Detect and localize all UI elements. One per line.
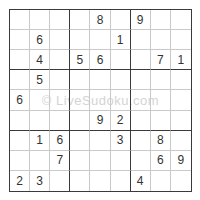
- cell-r1c1[interactable]: [10, 10, 30, 30]
- cell-r9c6[interactable]: [111, 171, 131, 191]
- cell-r6c2[interactable]: [30, 111, 50, 131]
- cell-r9c7[interactable]: 4: [131, 171, 151, 191]
- cell-r1c5[interactable]: 8: [90, 10, 110, 30]
- cell-r2c7[interactable]: [131, 30, 151, 50]
- cell-r2c6[interactable]: 1: [111, 30, 131, 50]
- cell-r4c4[interactable]: [70, 70, 90, 90]
- cell-r8c6[interactable]: [111, 151, 131, 171]
- cell-r8c5[interactable]: [90, 151, 110, 171]
- cell-r8c7[interactable]: [131, 151, 151, 171]
- cell-r5c3[interactable]: [50, 90, 70, 110]
- cell-r1c7[interactable]: 9: [131, 10, 151, 30]
- cell-r4c9[interactable]: [171, 70, 191, 90]
- cell-r8c4[interactable]: [70, 151, 90, 171]
- cell-r6c7[interactable]: [131, 111, 151, 131]
- cell-r1c9[interactable]: [171, 10, 191, 30]
- cell-r1c2[interactable]: [30, 10, 50, 30]
- cell-r6c3[interactable]: [50, 111, 70, 131]
- cell-r1c3[interactable]: [50, 10, 70, 30]
- cell-r2c9[interactable]: [171, 30, 191, 50]
- cell-r5c1[interactable]: 6: [10, 90, 30, 110]
- cell-r3c5[interactable]: 6: [90, 50, 110, 70]
- cell-r7c3[interactable]: 6: [50, 131, 70, 151]
- cell-r7c2[interactable]: 1: [30, 131, 50, 151]
- sudoku-board: © LiveSudoku.com 89614567156921638769234: [9, 9, 192, 192]
- cell-r7c9[interactable]: [171, 131, 191, 151]
- cell-r8c9[interactable]: 9: [171, 151, 191, 171]
- cell-r7c7[interactable]: [131, 131, 151, 151]
- cell-r6c8[interactable]: [151, 111, 171, 131]
- cell-r6c6[interactable]: 2: [111, 111, 131, 131]
- cell-r5c6[interactable]: [111, 90, 131, 110]
- cell-r1c6[interactable]: [111, 10, 131, 30]
- cell-r5c4[interactable]: [70, 90, 90, 110]
- cell-r3c2[interactable]: 4: [30, 50, 50, 70]
- cell-r6c4[interactable]: [70, 111, 90, 131]
- cell-r1c8[interactable]: [151, 10, 171, 30]
- cell-r1c4[interactable]: [70, 10, 90, 30]
- cell-r4c1[interactable]: [10, 70, 30, 90]
- cell-r8c3[interactable]: 7: [50, 151, 70, 171]
- cell-r7c4[interactable]: [70, 131, 90, 151]
- cell-r4c3[interactable]: [50, 70, 70, 90]
- cell-r9c1[interactable]: 2: [10, 171, 30, 191]
- cell-r6c9[interactable]: [171, 111, 191, 131]
- cell-r6c1[interactable]: [10, 111, 30, 131]
- cell-r2c2[interactable]: 6: [30, 30, 50, 50]
- cell-r3c3[interactable]: [50, 50, 70, 70]
- cell-r5c7[interactable]: [131, 90, 151, 110]
- cell-r6c5[interactable]: 9: [90, 111, 110, 131]
- cell-r9c3[interactable]: [50, 171, 70, 191]
- cell-r3c8[interactable]: 7: [151, 50, 171, 70]
- cell-r3c1[interactable]: [10, 50, 30, 70]
- cell-r2c3[interactable]: [50, 30, 70, 50]
- cell-r7c1[interactable]: [10, 131, 30, 151]
- cell-r4c5[interactable]: [90, 70, 110, 90]
- cell-r4c6[interactable]: [111, 70, 131, 90]
- cell-r2c8[interactable]: [151, 30, 171, 50]
- cell-r7c5[interactable]: [90, 131, 110, 151]
- cell-r5c8[interactable]: [151, 90, 171, 110]
- cell-r3c6[interactable]: [111, 50, 131, 70]
- cell-r2c5[interactable]: [90, 30, 110, 50]
- cell-r9c8[interactable]: [151, 171, 171, 191]
- cell-r3c9[interactable]: 1: [171, 50, 191, 70]
- cell-r5c2[interactable]: [30, 90, 50, 110]
- cell-r8c1[interactable]: [10, 151, 30, 171]
- cell-r4c2[interactable]: 5: [30, 70, 50, 90]
- cell-r3c7[interactable]: [131, 50, 151, 70]
- cell-r8c2[interactable]: [30, 151, 50, 171]
- cell-r7c8[interactable]: 8: [151, 131, 171, 151]
- cell-r4c7[interactable]: [131, 70, 151, 90]
- cell-r5c9[interactable]: [171, 90, 191, 110]
- cell-r9c9[interactable]: [171, 171, 191, 191]
- cell-r9c4[interactable]: [70, 171, 90, 191]
- cell-r2c1[interactable]: [10, 30, 30, 50]
- sudoku-page: © LiveSudoku.com 89614567156921638769234: [0, 0, 200, 200]
- cell-r5c5[interactable]: [90, 90, 110, 110]
- cell-r7c6[interactable]: 3: [111, 131, 131, 151]
- cell-r9c5[interactable]: [90, 171, 110, 191]
- cell-r3c4[interactable]: 5: [70, 50, 90, 70]
- cell-r2c4[interactable]: [70, 30, 90, 50]
- cell-r8c8[interactable]: 6: [151, 151, 171, 171]
- cell-r9c2[interactable]: 3: [30, 171, 50, 191]
- cell-r4c8[interactable]: [151, 70, 171, 90]
